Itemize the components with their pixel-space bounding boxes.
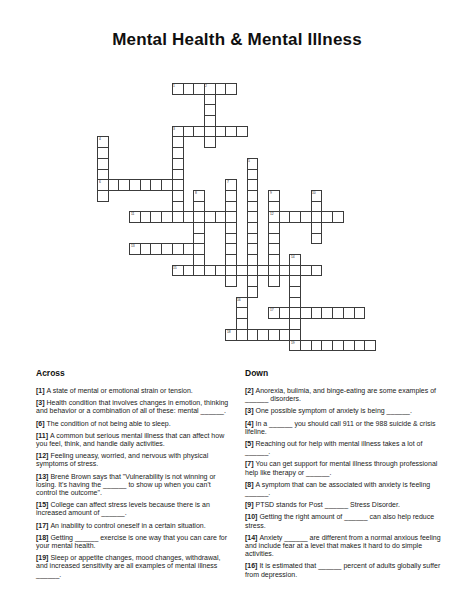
across-clue-1: [1] A state of mental or emotional strai…	[36, 387, 232, 395]
across-clue-6: [6] The condition of not being able to s…	[36, 420, 232, 428]
cell-number: 17	[270, 308, 274, 311]
cell-number: 4	[99, 137, 101, 140]
grid-cell-r17c20[interactable]	[311, 265, 323, 277]
down-clue-column: Down [2] Anorexia, bulimia, and binge-ea…	[245, 368, 441, 583]
grid-cell-r18c16[interactable]	[268, 275, 280, 287]
cell-number: 18	[227, 330, 231, 333]
across-clue-18: [18] Getting ______ exercise is one way …	[36, 534, 232, 550]
down-header: Down	[245, 368, 441, 378]
cell-number: 12	[270, 212, 274, 215]
grid-cell-r0c12[interactable]	[225, 83, 237, 95]
down-clue-16: [16] It is estimated that ______ percent…	[245, 562, 441, 578]
down-clue-5: [5] Reaching out for help with mental il…	[245, 440, 441, 456]
down-clue-4: [4] In a ______ you should call 911 or t…	[245, 420, 441, 436]
grid-cell-r14c20[interactable]	[311, 233, 323, 245]
cell-number: 9	[270, 191, 272, 194]
across-clue-12: [12] Feeling uneasy, worried, and nervou…	[36, 452, 232, 468]
down-clue-3: [3] One possible symptom of anxiety is b…	[245, 407, 441, 415]
across-clue-3: [3] Health condition that involves chang…	[36, 399, 232, 415]
cell-number: 1	[173, 84, 175, 87]
cell-number: 16	[237, 298, 241, 301]
crossword-grid: 12345678910111213141516171819	[97, 83, 375, 350]
grid-cell-r21c24[interactable]	[354, 307, 366, 319]
grid-cell-r12c22[interactable]	[332, 211, 344, 223]
cell-number: 2	[205, 84, 207, 87]
down-clue-7: [7] You can get support for mental illne…	[245, 460, 441, 476]
grid-cell-r5c10[interactable]	[204, 136, 216, 148]
across-clue-13: [13] Brené Brown says that "Vulnerabilit…	[36, 473, 232, 498]
page-title: Mental Health & Mental Illness	[0, 30, 474, 50]
cell-number: 8	[195, 191, 197, 194]
across-header: Across	[36, 368, 232, 378]
down-clue-8: [8] A symptom that can be associated wit…	[245, 481, 441, 497]
clue-section: Across [1] A state of mental or emotiona…	[36, 368, 441, 583]
down-clue-2: [2] Anorexia, bulimia, and binge-eating …	[245, 387, 441, 403]
cell-number: 11	[131, 212, 134, 215]
cell-number: 10	[312, 191, 316, 194]
grid-cell-r4c13[interactable]	[236, 126, 248, 138]
across-clue-15: [15] College can affect stress levels be…	[36, 501, 232, 517]
cell-number: 5	[248, 159, 250, 162]
across-clue-11: [11] A common but serious mental illness…	[36, 432, 232, 448]
down-clue-10: [10] Getting the right amount of ______ …	[245, 513, 441, 529]
down-clue-14: [14] Anxiety ______ are different from a…	[245, 534, 441, 559]
grid-cell-r18c12[interactable]	[225, 275, 237, 287]
cell-number: 15	[173, 266, 177, 269]
across-clue-list: [1] A state of mental or emotional strai…	[36, 387, 232, 579]
grid-cell-r19c14[interactable]	[247, 286, 259, 298]
cell-number: 19	[291, 341, 295, 344]
cell-number: 3	[173, 127, 175, 130]
cell-number: 6	[99, 180, 101, 183]
grid-cell-r10c0[interactable]	[97, 190, 109, 202]
across-clue-19: [19] Sleep or appetite changes, mood cha…	[36, 554, 232, 579]
cell-number: 13	[131, 244, 135, 247]
down-clue-list: [2] Anorexia, bulimia, and binge-eating …	[245, 387, 441, 579]
grid-cell-r24c25[interactable]	[364, 340, 376, 352]
across-clue-column: Across [1] A state of mental or emotiona…	[36, 368, 232, 583]
down-clue-9: [9] PTSD stands for Post ______ Stress D…	[245, 501, 441, 509]
across-clue-17: [17] An inability to control oneself in …	[36, 522, 232, 530]
cell-number: 7	[227, 180, 229, 183]
cell-number: 14	[291, 255, 295, 258]
